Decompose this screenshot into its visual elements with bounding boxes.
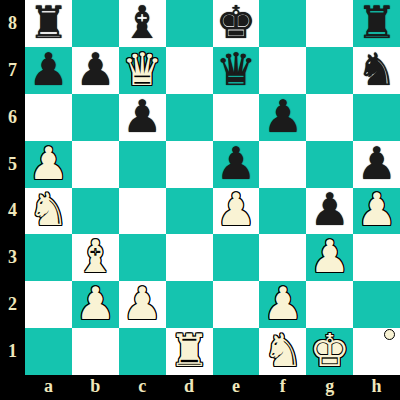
square-c7[interactable]: ♛ <box>119 47 166 94</box>
square-c4[interactable] <box>119 188 166 235</box>
square-g6[interactable] <box>306 94 353 141</box>
piece-white-rook-d1[interactable]: ♜ <box>169 328 209 373</box>
square-a4[interactable]: ♞ <box>25 188 72 235</box>
file-label-a: a <box>25 375 72 400</box>
white-to-move-indicator <box>384 329 395 340</box>
piece-black-bishop-c8[interactable]: ♝ <box>122 0 162 45</box>
file-labels: a b c d e f g h <box>25 375 400 400</box>
piece-black-pawn-h5[interactable]: ♟ <box>356 141 396 186</box>
piece-white-pawn-e4[interactable]: ♟ <box>216 188 256 233</box>
square-d6[interactable] <box>166 94 213 141</box>
file-label-b: b <box>72 375 119 400</box>
piece-white-knight-a4[interactable]: ♞ <box>28 188 68 233</box>
file-label-h: h <box>353 375 400 400</box>
square-a3[interactable] <box>25 234 72 281</box>
square-e8[interactable]: ♚ <box>213 0 260 47</box>
chess-board-frame: 8 7 6 5 4 3 2 1 ♜♝♚♜♟♟♛♛♞♟♟♟♟♟♞♟♟♟♝♟♟♟♟♜… <box>0 0 400 400</box>
square-c8[interactable]: ♝ <box>119 0 166 47</box>
piece-white-pawn-f2[interactable]: ♟ <box>263 281 303 326</box>
piece-black-queen-e7[interactable]: ♛ <box>216 47 256 92</box>
square-f5[interactable] <box>259 141 306 188</box>
square-d2[interactable] <box>166 281 213 328</box>
rank-label-5: 5 <box>0 141 25 188</box>
piece-black-king-e8[interactable]: ♚ <box>216 0 256 45</box>
piece-black-rook-a8[interactable]: ♜ <box>28 0 68 45</box>
square-g3[interactable]: ♟ <box>306 234 353 281</box>
piece-black-knight-h7[interactable]: ♞ <box>356 47 396 92</box>
square-f1[interactable]: ♞ <box>259 328 306 375</box>
square-f6[interactable]: ♟ <box>259 94 306 141</box>
square-b4[interactable] <box>72 188 119 235</box>
square-c5[interactable] <box>119 141 166 188</box>
square-e3[interactable] <box>213 234 260 281</box>
square-d5[interactable] <box>166 141 213 188</box>
square-b2[interactable]: ♟ <box>72 281 119 328</box>
square-h6[interactable] <box>353 94 400 141</box>
square-e1[interactable] <box>213 328 260 375</box>
square-b7[interactable]: ♟ <box>72 47 119 94</box>
square-h5[interactable]: ♟ <box>353 141 400 188</box>
square-b1[interactable] <box>72 328 119 375</box>
square-d3[interactable] <box>166 234 213 281</box>
piece-black-pawn-f6[interactable]: ♟ <box>263 94 303 139</box>
file-label-f: f <box>259 375 306 400</box>
square-g5[interactable] <box>306 141 353 188</box>
rank-label-3: 3 <box>0 234 25 281</box>
piece-black-pawn-g4[interactable]: ♟ <box>310 188 350 233</box>
square-f4[interactable] <box>259 188 306 235</box>
square-a8[interactable]: ♜ <box>25 0 72 47</box>
square-d8[interactable] <box>166 0 213 47</box>
piece-white-pawn-g3[interactable]: ♟ <box>310 234 350 279</box>
piece-black-pawn-a7[interactable]: ♟ <box>28 47 68 92</box>
piece-black-pawn-c6[interactable]: ♟ <box>122 94 162 139</box>
square-g7[interactable] <box>306 47 353 94</box>
square-f3[interactable] <box>259 234 306 281</box>
square-f8[interactable] <box>259 0 306 47</box>
square-e7[interactable]: ♛ <box>213 47 260 94</box>
square-f7[interactable] <box>259 47 306 94</box>
square-b6[interactable] <box>72 94 119 141</box>
square-d1[interactable]: ♜ <box>166 328 213 375</box>
rank-label-8: 8 <box>0 0 25 47</box>
square-c6[interactable]: ♟ <box>119 94 166 141</box>
rank-label-1: 1 <box>0 328 25 375</box>
square-h2[interactable] <box>353 281 400 328</box>
piece-white-pawn-c2[interactable]: ♟ <box>122 281 162 326</box>
square-b5[interactable] <box>72 141 119 188</box>
square-b8[interactable] <box>72 0 119 47</box>
square-e6[interactable] <box>213 94 260 141</box>
square-h8[interactable]: ♜ <box>353 0 400 47</box>
piece-white-pawn-h4[interactable]: ♟ <box>356 188 396 233</box>
square-h7[interactable]: ♞ <box>353 47 400 94</box>
square-g8[interactable] <box>306 0 353 47</box>
rank-labels: 8 7 6 5 4 3 2 1 <box>0 0 25 375</box>
file-label-d: d <box>166 375 213 400</box>
square-a7[interactable]: ♟ <box>25 47 72 94</box>
square-b3[interactable]: ♝ <box>72 234 119 281</box>
piece-white-queen-c7[interactable]: ♛ <box>122 47 162 92</box>
square-c1[interactable] <box>119 328 166 375</box>
square-a5[interactable]: ♟ <box>25 141 72 188</box>
square-c2[interactable]: ♟ <box>119 281 166 328</box>
square-a1[interactable] <box>25 328 72 375</box>
file-label-e: e <box>213 375 260 400</box>
square-f2[interactable]: ♟ <box>259 281 306 328</box>
chess-board: ♜♝♚♜♟♟♛♛♞♟♟♟♟♟♞♟♟♟♝♟♟♟♟♜♞♚ <box>25 0 400 375</box>
square-g2[interactable] <box>306 281 353 328</box>
square-a2[interactable] <box>25 281 72 328</box>
square-a6[interactable] <box>25 94 72 141</box>
rank-label-6: 6 <box>0 94 25 141</box>
rank-label-2: 2 <box>0 281 25 328</box>
square-d4[interactable] <box>166 188 213 235</box>
rank-label-7: 7 <box>0 47 25 94</box>
square-c3[interactable] <box>119 234 166 281</box>
square-d7[interactable] <box>166 47 213 94</box>
piece-white-knight-f1[interactable]: ♞ <box>263 328 303 373</box>
file-label-c: c <box>119 375 166 400</box>
piece-black-pawn-e5[interactable]: ♟ <box>216 141 256 186</box>
square-e4[interactable]: ♟ <box>213 188 260 235</box>
piece-white-pawn-a5[interactable]: ♟ <box>28 141 68 186</box>
square-g4[interactable]: ♟ <box>306 188 353 235</box>
square-h3[interactable] <box>353 234 400 281</box>
square-e5[interactable]: ♟ <box>213 141 260 188</box>
rank-label-4: 4 <box>0 188 25 235</box>
piece-white-king-g1[interactable]: ♚ <box>310 328 350 373</box>
square-g1[interactable]: ♚ <box>306 328 353 375</box>
piece-black-rook-h8[interactable]: ♜ <box>356 0 396 45</box>
file-label-g: g <box>306 375 353 400</box>
piece-white-bishop-b3[interactable]: ♝ <box>75 234 115 279</box>
square-e2[interactable] <box>213 281 260 328</box>
piece-black-pawn-b7[interactable]: ♟ <box>75 47 115 92</box>
square-h4[interactable]: ♟ <box>353 188 400 235</box>
piece-white-pawn-b2[interactable]: ♟ <box>75 281 115 326</box>
